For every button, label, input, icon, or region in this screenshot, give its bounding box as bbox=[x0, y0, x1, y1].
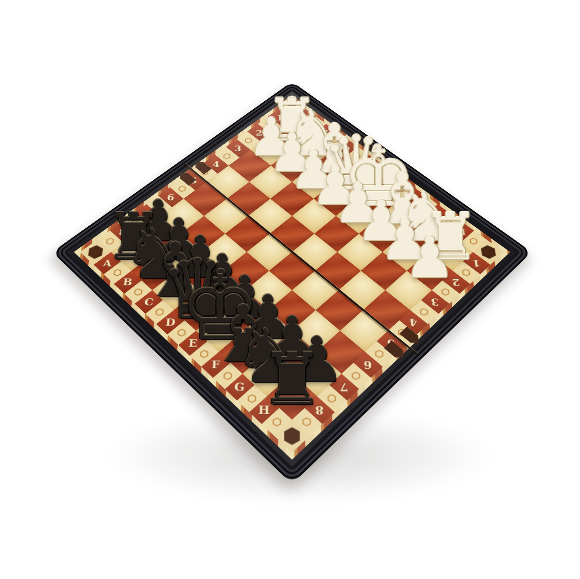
honeycomb-motif-icon: ⬡ bbox=[351, 370, 361, 381]
piece-black-rook-h8[interactable]: ♜ bbox=[260, 344, 324, 416]
honeycomb-motif-icon: ⬡ bbox=[420, 307, 430, 317]
piece-white-pawn-h2[interactable]: ♟ bbox=[404, 229, 455, 286]
coordinate-label: 3 bbox=[431, 296, 440, 307]
photo-background: A⬡B⬡C⬡D⬡E⬡F⬡G⬡H⬡1⬡1⬡2⬡2⬡3⬡3⬡4⬡4⬡5⬡5⬡6⬡6⬡… bbox=[0, 0, 580, 579]
corner-hexagon-icon bbox=[284, 427, 300, 445]
coordinate-label: 4 bbox=[409, 316, 418, 328]
corner-hexagon-icon bbox=[87, 245, 103, 259]
coordinate-label: 6 bbox=[364, 359, 373, 371]
coordinate-label: 4 bbox=[213, 160, 221, 169]
honeycomb-motif-icon: ⬡ bbox=[223, 152, 231, 160]
coordinate-label: 3 bbox=[234, 144, 241, 153]
corner-hexagon-icon bbox=[480, 245, 496, 259]
honeycomb-motif-icon: ⬡ bbox=[375, 348, 385, 359]
